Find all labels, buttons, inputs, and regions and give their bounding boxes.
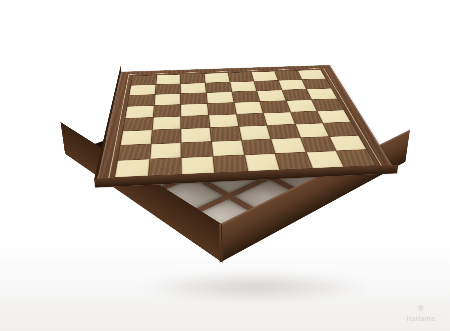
board-square [205,82,231,92]
board-square [302,79,331,89]
board-square [252,71,278,81]
board-square [264,112,295,125]
board-square [181,93,207,104]
board-square [209,114,238,127]
board-square [154,94,180,105]
board-square [275,71,302,81]
board-square [182,157,214,175]
board-square [181,115,209,128]
board-square [242,139,275,155]
board-square [307,151,344,168]
board-square [208,103,236,115]
board-square [330,135,366,150]
board-square [210,127,240,141]
board-square [228,72,253,82]
board-square [181,128,210,143]
board-square [129,85,155,96]
product-photo-stage: ⚜ Italfama [0,0,450,331]
board-square [324,122,358,136]
board-square [298,70,325,79]
board-square [150,143,181,159]
board-square [312,99,343,111]
board-square [267,124,300,138]
board-square [213,155,247,172]
board-square [254,80,281,90]
board-square [181,83,206,94]
fleur-de-lis-icon: ⚜ [416,303,426,314]
board-square [207,92,234,103]
board-square [127,95,154,107]
board-square [260,101,290,113]
board-square [118,144,150,160]
board-square [307,88,337,99]
board-square [271,138,305,154]
watermark: ⚜ Italfama [401,303,441,322]
board-square [234,102,263,114]
board-square [301,137,336,152]
board-square [205,73,230,83]
board-square [276,153,312,170]
board-square [245,154,280,171]
board-square [181,104,208,116]
board-square [149,158,181,176]
board-square [153,105,180,117]
board-square [278,80,306,90]
board-square [121,130,152,145]
watermark-text: Italfama [407,315,436,322]
board-square [156,74,180,84]
chess-board [95,65,397,187]
board-square [123,117,153,131]
board-square [151,129,181,144]
scene [0,0,450,331]
board-square [125,106,153,118]
board-square [337,150,375,167]
board-square [232,91,260,102]
board-field [114,70,377,178]
board-square [236,113,266,126]
board-square [181,74,205,84]
board-square [318,110,351,123]
board-square [257,90,285,101]
board-square [152,116,180,129]
board-square [296,123,329,137]
board-square [115,159,149,177]
board-square [182,142,213,158]
board-square [155,84,180,95]
board-square [239,126,271,140]
board-square [230,81,256,91]
board-square [212,140,244,156]
